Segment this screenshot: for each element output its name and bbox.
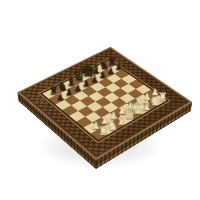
carved-border-frame: ♜♞♝♛♚♝♞♜♟♟♟♟♟♟♟♟♟♟♟♟♟♟♟♟♜♞♝♛♚♝♞♜ <box>17 47 192 160</box>
black-pawn: ♟ <box>107 67 115 76</box>
black-pawn: ♟ <box>90 76 98 85</box>
scene: ♜♞♝♛♚♝♞♜♟♟♟♟♟♟♟♟♟♟♟♟♟♟♟♟♜♞♝♛♚♝♞♜ <box>0 0 200 200</box>
black-pawn: ♟ <box>99 71 107 80</box>
photo-stage: ♜♞♝♛♚♝♞♜♟♟♟♟♟♟♟♟♟♟♟♟♟♟♟♟♜♞♝♛♚♝♞♜ <box>0 0 200 200</box>
square-f5 <box>105 83 120 93</box>
black-pawn: ♟ <box>73 84 81 93</box>
black-pawn: ♟ <box>82 80 90 89</box>
black-pawn: ♟ <box>65 89 73 98</box>
black-pawn: ♟ <box>115 63 123 72</box>
black-pawn: ♟ <box>56 93 64 102</box>
white-rook: ♜ <box>98 125 109 137</box>
chess-board: ♜♞♝♛♚♝♞♜♟♟♟♟♟♟♟♟♟♟♟♟♟♟♟♟♜♞♝♛♚♝♞♜ <box>17 47 192 160</box>
